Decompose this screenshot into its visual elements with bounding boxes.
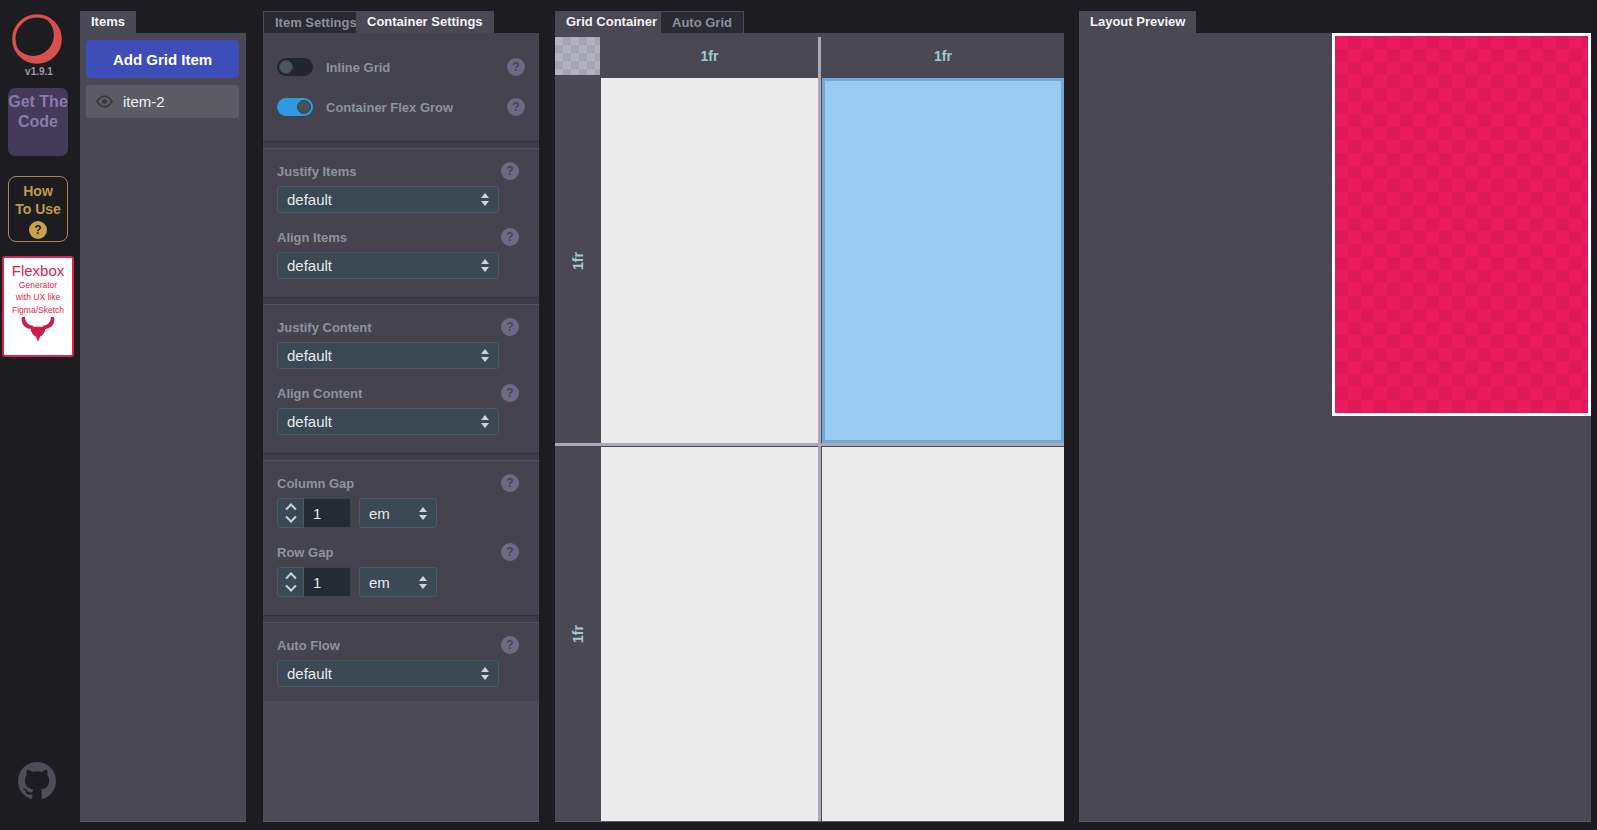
tab-grid-container[interactable]: Grid Container (555, 11, 668, 33)
updown-arrows-icon (481, 415, 489, 428)
flexbox-generator-banner[interactable]: Flexbox Generator with UX like Figma/Ske… (2, 256, 74, 357)
grid-corner-cell (555, 37, 600, 75)
align-content-select[interactable]: default (277, 408, 499, 435)
inline-grid-row: Inline Grid ? (277, 57, 525, 77)
row-gap-stepper[interactable] (277, 567, 304, 597)
tab-item-settings[interactable]: Item Settings (263, 11, 369, 33)
item-label: item-2 (123, 93, 165, 110)
row-gap-control: 1 em (277, 567, 525, 597)
grid-cell-r1c1[interactable] (601, 78, 818, 443)
section-divider (263, 141, 539, 149)
inline-grid-label: Inline Grid (326, 60, 390, 75)
justify-content-label: Justify Content (277, 320, 372, 335)
items-alignment-section: Justify Items ? default Align Items ? de… (263, 149, 539, 297)
row-header-1[interactable]: 1fr (555, 78, 600, 443)
content-alignment-section: Justify Content ? default Align Content … (263, 305, 539, 453)
row-gap-unit-select[interactable]: em (359, 567, 437, 597)
banner-line1: Generator (4, 279, 72, 291)
item-row-item-2[interactable]: item-2 (86, 85, 239, 118)
help-icon[interactable]: ? (501, 162, 519, 180)
preview-item-2[interactable] (1332, 33, 1591, 416)
section-divider (263, 297, 539, 305)
section-divider (263, 615, 539, 623)
updown-arrows-icon (481, 259, 489, 272)
grid-row-line (555, 443, 1064, 446)
column-header-1[interactable]: 1fr (601, 37, 818, 75)
banner-line2: with UX like (4, 291, 72, 303)
toggles-section: Inline Grid ? Container Flex Grow ? (263, 33, 539, 141)
inline-grid-toggle[interactable] (277, 58, 313, 76)
banner-title: Flexbox (4, 262, 72, 279)
updown-arrows-icon (481, 667, 489, 680)
updown-arrows-icon (481, 193, 489, 206)
auto-flow-select[interactable]: default (277, 660, 499, 687)
get-the-code-button[interactable]: Get The Code (8, 88, 68, 156)
row-header-2[interactable]: 1fr (555, 447, 600, 821)
app-logo-icon[interactable] (10, 12, 64, 66)
tab-auto-grid[interactable]: Auto Grid (660, 11, 744, 33)
updown-arrows-icon (481, 349, 489, 362)
grid-cell-r2c2[interactable] (822, 447, 1064, 821)
container-flex-grow-toggle[interactable] (277, 98, 313, 116)
row-gap-label: Row Gap (277, 545, 333, 560)
container-settings-panel: Inline Grid ? Container Flex Grow ? Just… (263, 33, 539, 822)
justify-content-select[interactable]: default (277, 342, 499, 369)
align-items-select[interactable]: default (277, 252, 499, 279)
column-gap-value-input[interactable]: 1 (304, 498, 351, 528)
help-icon[interactable]: ? (507, 98, 525, 116)
how-to-use-label-line1: How (9, 182, 67, 200)
align-items-label: Align Items (277, 230, 347, 245)
grid-container-panel: 1fr 1fr 1fr 1fr (555, 33, 1064, 822)
section-divider (263, 453, 539, 461)
help-icon[interactable]: ? (501, 228, 519, 246)
grid-column-line (818, 37, 821, 821)
bull-icon (20, 316, 56, 344)
layout-preview-panel (1079, 33, 1591, 822)
column-gap-control: 1 em (277, 498, 525, 528)
version-label: v1.9.1 (0, 66, 78, 77)
help-icon[interactable]: ? (501, 543, 519, 561)
add-grid-item-button[interactable]: Add Grid Item (86, 40, 239, 78)
github-icon[interactable] (18, 762, 56, 800)
container-flex-grow-row: Container Flex Grow ? (277, 97, 525, 117)
banner-line3: Figma/Sketch (4, 304, 72, 316)
align-content-label: Align Content (277, 386, 362, 401)
container-flex-grow-label: Container Flex Grow (326, 100, 453, 115)
step-down-icon (278, 582, 303, 596)
step-down-icon (278, 513, 303, 527)
app-window: v1.9.1 Get The Code How To Use ? Flexbox… (0, 0, 1597, 830)
tab-layout-preview[interactable]: Layout Preview (1079, 11, 1196, 33)
column-gap-label: Column Gap (277, 476, 354, 491)
updown-arrows-icon (419, 507, 427, 520)
gaps-section: Column Gap ? 1 em Row Gap (263, 461, 539, 615)
question-icon: ? (29, 221, 47, 239)
tab-container-settings[interactable]: Container Settings (356, 11, 494, 33)
grid-cell-r1c2-item-2[interactable] (822, 78, 1064, 443)
how-to-use-button[interactable]: How To Use ? (8, 176, 68, 242)
row-gap-value-input[interactable]: 1 (304, 567, 351, 597)
help-icon[interactable]: ? (501, 318, 519, 336)
help-icon[interactable]: ? (501, 636, 519, 654)
help-icon[interactable]: ? (501, 474, 519, 492)
tab-items[interactable]: Items (80, 11, 136, 33)
how-to-use-label-line2: To Use (9, 200, 67, 218)
auto-flow-label: Auto Flow (277, 638, 340, 653)
column-header-2[interactable]: 1fr (822, 37, 1064, 75)
justify-items-label: Justify Items (277, 164, 356, 179)
eye-icon[interactable] (96, 95, 113, 108)
updown-arrows-icon (419, 576, 427, 589)
items-panel: Add Grid Item item-2 (80, 33, 246, 822)
grid-cell-r2c1[interactable] (601, 447, 818, 821)
help-icon[interactable]: ? (501, 384, 519, 402)
column-gap-stepper[interactable] (277, 498, 304, 528)
column-gap-unit-select[interactable]: em (359, 498, 437, 528)
justify-items-select[interactable]: default (277, 186, 499, 213)
settings-empty-area (263, 701, 539, 821)
help-icon[interactable]: ? (507, 58, 525, 76)
auto-flow-section: Auto Flow ? default (263, 623, 539, 701)
